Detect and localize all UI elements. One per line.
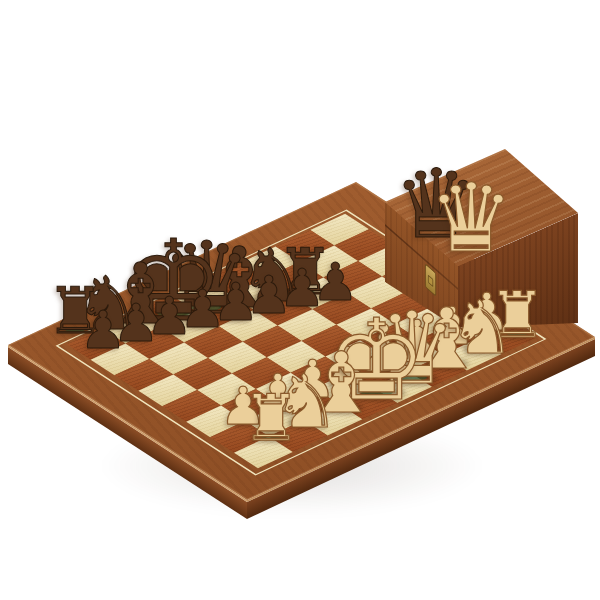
pawn-glyph: ♟ bbox=[80, 304, 127, 356]
queen-glyph: ♛ bbox=[428, 171, 513, 266]
chess-set-photo: ♜♞♝♛♚♝♞♜♟♟♟♟♟♟♟♟♟♟♟♟♟♟♟♟♜♞♝♛♚♝♞♜♛♛ bbox=[0, 0, 600, 600]
rook-glyph: ♜ bbox=[242, 386, 299, 450]
